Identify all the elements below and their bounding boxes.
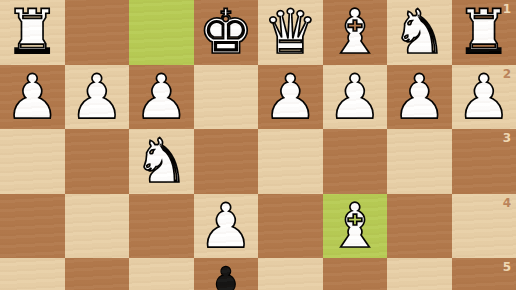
piece-bP-e5[interactable]: ♟	[198, 258, 253, 290]
square-f3[interactable]: ♞	[129, 129, 194, 194]
rank-label-2: 2	[503, 67, 511, 81]
square-d5[interactable]	[258, 258, 323, 290]
square-e3[interactable]	[194, 129, 259, 194]
piece-wP-b2[interactable]: ♟	[392, 65, 447, 130]
square-f1[interactable]	[129, 0, 194, 65]
piece-wN-b1[interactable]: ♞	[392, 0, 447, 65]
rank-label-4: 4	[503, 196, 511, 210]
square-h2[interactable]: ♟	[0, 65, 65, 130]
chessboard: ♜♚♛♝♞♜1♟♟♟♟♟♟♟2♞3♟♝4♟5	[0, 0, 516, 290]
square-d4[interactable]	[258, 194, 323, 259]
piece-wP-d2[interactable]: ♟	[263, 65, 318, 130]
square-c1[interactable]: ♝	[323, 0, 388, 65]
square-a1[interactable]: ♜1	[452, 0, 516, 65]
square-d1[interactable]: ♛	[258, 0, 323, 65]
square-b2[interactable]: ♟	[387, 65, 452, 130]
square-a3[interactable]: 3	[452, 129, 516, 194]
rank-label-1: 1	[503, 2, 511, 16]
square-g5[interactable]	[65, 258, 130, 290]
piece-wP-e4[interactable]: ♟	[198, 194, 253, 259]
square-a4[interactable]: 4	[452, 194, 516, 259]
piece-wR-h1[interactable]: ♜	[5, 0, 60, 65]
square-d3[interactable]	[258, 129, 323, 194]
square-b5[interactable]	[387, 258, 452, 290]
square-h4[interactable]	[0, 194, 65, 259]
square-e1[interactable]: ♚	[194, 0, 259, 65]
square-g3[interactable]	[65, 129, 130, 194]
square-h5[interactable]	[0, 258, 65, 290]
piece-wP-h2[interactable]: ♟	[5, 65, 60, 130]
square-g4[interactable]	[65, 194, 130, 259]
square-g1[interactable]	[65, 0, 130, 65]
square-c5[interactable]	[323, 258, 388, 290]
square-c2[interactable]: ♟	[323, 65, 388, 130]
piece-wN-f3[interactable]: ♞	[134, 129, 189, 194]
board-grid: ♜♚♛♝♞♜1♟♟♟♟♟♟♟2♞3♟♝4♟5	[0, 0, 516, 290]
square-h3[interactable]	[0, 129, 65, 194]
square-c3[interactable]	[323, 129, 388, 194]
square-h1[interactable]: ♜	[0, 0, 65, 65]
square-g2[interactable]: ♟	[65, 65, 130, 130]
square-f4[interactable]	[129, 194, 194, 259]
square-f5[interactable]	[129, 258, 194, 290]
piece-wP-g2[interactable]: ♟	[69, 65, 124, 130]
square-f2[interactable]: ♟	[129, 65, 194, 130]
rank-label-3: 3	[503, 131, 511, 145]
piece-wQ-d1[interactable]: ♛	[263, 0, 318, 65]
square-e5[interactable]: ♟	[194, 258, 259, 290]
square-a2[interactable]: ♟2	[452, 65, 516, 130]
piece-wB-c1[interactable]: ♝	[327, 0, 382, 65]
rank-label-5: 5	[503, 260, 511, 274]
piece-wB-c4[interactable]: ♝	[327, 194, 382, 259]
piece-wP-c2[interactable]: ♟	[327, 65, 382, 130]
square-a5[interactable]: 5	[452, 258, 516, 290]
square-b3[interactable]	[387, 129, 452, 194]
square-c4[interactable]: ♝	[323, 194, 388, 259]
piece-wP-f2[interactable]: ♟	[134, 65, 189, 130]
square-b4[interactable]	[387, 194, 452, 259]
square-b1[interactable]: ♞	[387, 0, 452, 65]
square-e2[interactable]	[194, 65, 259, 130]
square-d2[interactable]: ♟	[258, 65, 323, 130]
piece-wK-e1[interactable]: ♚	[198, 0, 253, 65]
square-e4[interactable]: ♟	[194, 194, 259, 259]
